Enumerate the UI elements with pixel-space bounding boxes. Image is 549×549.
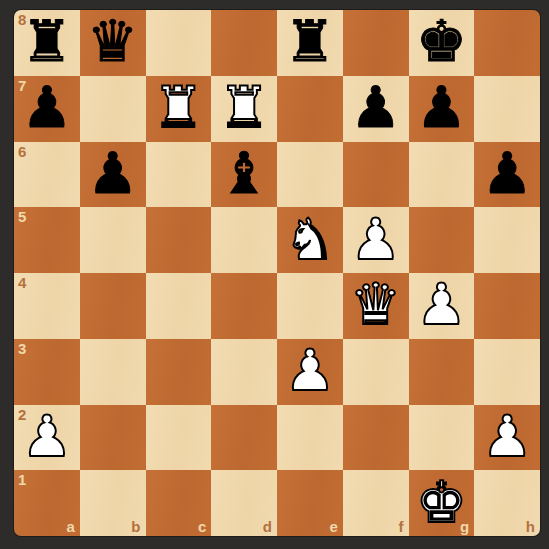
square-d3[interactable] [211,339,277,405]
square-f5[interactable]: ♟ [343,207,409,273]
piece-black-pawn[interactable]: ♟ [482,145,533,202]
square-g8[interactable]: ♚ [409,10,475,76]
square-h4[interactable] [474,273,540,339]
square-g2[interactable] [409,405,475,471]
coord-file-h: h [526,519,535,534]
square-d2[interactable] [211,405,277,471]
coord-rank-1: 1 [18,472,26,487]
piece-white-pawn[interactable]: ♟ [284,342,335,399]
coord-file-a: a [66,519,74,534]
square-g7[interactable]: ♟ [409,76,475,142]
square-h2[interactable]: ♟ [474,405,540,471]
square-e4[interactable] [277,273,343,339]
piece-black-pawn[interactable]: ♟ [350,79,401,136]
square-f8[interactable] [343,10,409,76]
square-f4[interactable]: ♛ [343,273,409,339]
square-c4[interactable] [146,273,212,339]
piece-white-queen[interactable]: ♛ [350,276,401,333]
square-g6[interactable] [409,142,475,208]
piece-white-knight[interactable]: ♞ [284,211,335,268]
square-b1[interactable]: b [80,470,146,536]
piece-white-pawn[interactable]: ♟ [416,276,467,333]
square-h8[interactable] [474,10,540,76]
piece-black-bishop[interactable]: ♝ [219,145,270,202]
piece-white-rook[interactable]: ♜ [153,79,204,136]
square-b5[interactable] [80,207,146,273]
piece-black-king[interactable]: ♚ [416,13,467,70]
square-f1[interactable]: f [343,470,409,536]
square-d7[interactable]: ♜ [211,76,277,142]
square-e3[interactable]: ♟ [277,339,343,405]
square-d8[interactable] [211,10,277,76]
square-g1[interactable]: g♚ [409,470,475,536]
coord-rank-3: 3 [18,341,26,356]
piece-white-rook[interactable]: ♜ [219,79,270,136]
square-a2[interactable]: 2♟ [14,405,80,471]
piece-black-pawn[interactable]: ♟ [21,79,72,136]
square-e8[interactable]: ♜ [277,10,343,76]
square-h6[interactable]: ♟ [474,142,540,208]
piece-white-king[interactable]: ♚ [416,474,467,531]
square-h3[interactable] [474,339,540,405]
square-h7[interactable] [474,76,540,142]
piece-black-rook[interactable]: ♜ [21,13,72,70]
square-b6[interactable]: ♟ [80,142,146,208]
square-f3[interactable] [343,339,409,405]
square-c8[interactable] [146,10,212,76]
square-h1[interactable]: h [474,470,540,536]
square-c6[interactable] [146,142,212,208]
square-b8[interactable]: ♛ [80,10,146,76]
square-b3[interactable] [80,339,146,405]
coord-rank-5: 5 [18,209,26,224]
square-e1[interactable]: e [277,470,343,536]
square-e5[interactable]: ♞ [277,207,343,273]
coord-file-f: f [399,519,404,534]
square-h5[interactable] [474,207,540,273]
coord-file-d: d [263,519,272,534]
square-f6[interactable] [343,142,409,208]
coord-file-c: c [198,519,206,534]
square-a1[interactable]: 1a [14,470,80,536]
square-d1[interactable]: d [211,470,277,536]
square-d4[interactable] [211,273,277,339]
piece-white-pawn[interactable]: ♟ [21,408,72,465]
square-d6[interactable]: ♝ [211,142,277,208]
chess-board: 8♜♛♜♚7♟♜♜♟♟6♟♝♟5♞♟4♛♟3♟2♟♟1abcdefg♚h [14,10,540,536]
square-a4[interactable]: 4 [14,273,80,339]
square-f2[interactable] [343,405,409,471]
piece-black-queen[interactable]: ♛ [87,13,138,70]
square-b7[interactable] [80,76,146,142]
coord-file-e: e [329,519,337,534]
square-c2[interactable] [146,405,212,471]
square-f7[interactable]: ♟ [343,76,409,142]
piece-black-pawn[interactable]: ♟ [87,145,138,202]
square-c5[interactable] [146,207,212,273]
square-a5[interactable]: 5 [14,207,80,273]
square-a8[interactable]: 8♜ [14,10,80,76]
piece-black-pawn[interactable]: ♟ [416,79,467,136]
square-a3[interactable]: 3 [14,339,80,405]
coord-rank-6: 6 [18,144,26,159]
piece-white-pawn[interactable]: ♟ [482,408,533,465]
coord-file-b: b [131,519,140,534]
square-g5[interactable] [409,207,475,273]
square-e7[interactable] [277,76,343,142]
square-a6[interactable]: 6 [14,142,80,208]
piece-white-pawn[interactable]: ♟ [350,211,401,268]
square-g3[interactable] [409,339,475,405]
square-b4[interactable] [80,273,146,339]
piece-black-rook[interactable]: ♜ [284,13,335,70]
square-b2[interactable] [80,405,146,471]
board-frame: 8♜♛♜♚7♟♜♜♟♟6♟♝♟5♞♟4♛♟3♟2♟♟1abcdefg♚h [0,0,549,549]
square-e6[interactable] [277,142,343,208]
square-d5[interactable] [211,207,277,273]
square-c7[interactable]: ♜ [146,76,212,142]
square-g4[interactable]: ♟ [409,273,475,339]
square-c3[interactable] [146,339,212,405]
coord-rank-4: 4 [18,275,26,290]
square-a7[interactable]: 7♟ [14,76,80,142]
square-c1[interactable]: c [146,470,212,536]
square-e2[interactable] [277,405,343,471]
